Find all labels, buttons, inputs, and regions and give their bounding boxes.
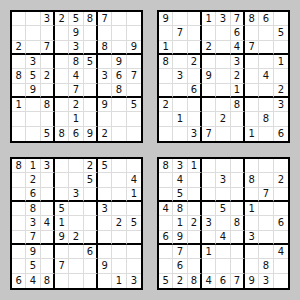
cell-r6c3[interactable] — [41, 84, 55, 98]
cell-r2c8[interactable] — [259, 173, 273, 187]
cell-r7c8[interactable] — [112, 98, 126, 112]
cell-r1c7[interactable] — [245, 159, 259, 173]
cell-r2c7[interactable]: 8 — [245, 173, 259, 187]
cell-r4c3[interactable] — [188, 202, 202, 216]
cell-r7c6[interactable]: 8 — [231, 98, 245, 112]
cell-r5c5[interactable]: 4 — [69, 69, 83, 83]
cell-r1c3[interactable] — [188, 12, 202, 26]
cell-r8c5[interactable]: 2 — [216, 112, 230, 126]
cell-r6c3[interactable] — [41, 231, 55, 245]
cell-r4c7[interactable] — [245, 55, 259, 69]
cell-r9c4[interactable]: 8 — [55, 127, 69, 141]
cell-r2c2[interactable] — [26, 26, 40, 40]
cell-r1c3[interactable]: 3 — [41, 159, 55, 173]
cell-r9c9[interactable]: 3 — [127, 274, 141, 288]
cell-r3c9[interactable] — [274, 188, 288, 202]
cell-r3c1[interactable] — [159, 188, 173, 202]
cell-r5c6[interactable]: 8 — [231, 216, 245, 230]
cell-r4c5[interactable] — [216, 55, 230, 69]
cell-r7c4[interactable] — [55, 245, 69, 259]
cell-r7c3[interactable]: 8 — [41, 98, 55, 112]
cell-r4c6[interactable] — [231, 202, 245, 216]
cell-r8c1[interactable] — [12, 259, 26, 273]
cell-r1c2[interactable] — [26, 12, 40, 26]
cell-r1c5[interactable]: 3 — [216, 12, 230, 26]
cell-r7c2[interactable]: 9 — [26, 245, 40, 259]
cell-r2c6[interactable]: 6 — [231, 26, 245, 40]
cell-r2c3[interactable] — [188, 173, 202, 187]
cell-r1c1[interactable]: 8 — [159, 159, 173, 173]
cell-r1c1[interactable]: 8 — [12, 159, 26, 173]
cell-r4c2[interactable]: 8 — [173, 202, 187, 216]
cell-r2c4[interactable] — [55, 26, 69, 40]
cell-r9c9[interactable] — [127, 127, 141, 141]
cell-r8c3[interactable] — [188, 259, 202, 273]
cell-r5c6[interactable] — [84, 216, 98, 230]
cell-r3c3[interactable] — [41, 188, 55, 202]
cell-r3c5[interactable]: 3 — [69, 188, 83, 202]
cell-r1c6[interactable]: 7 — [231, 12, 245, 26]
cell-r9c4[interactable]: 7 — [202, 127, 216, 141]
cell-r5c6[interactable] — [84, 69, 98, 83]
cell-r4c4[interactable] — [202, 55, 216, 69]
cell-r2c5[interactable] — [69, 173, 83, 187]
cell-r7c2[interactable] — [173, 98, 187, 112]
cell-r2c7[interactable] — [98, 26, 112, 40]
cell-r8c7[interactable] — [98, 112, 112, 126]
cell-r5c6[interactable]: 2 — [231, 69, 245, 83]
cell-r5c9[interactable]: 7 — [127, 69, 141, 83]
cell-r6c3[interactable]: 6 — [188, 84, 202, 98]
cell-r8c8[interactable] — [112, 112, 126, 126]
cell-r1c3[interactable]: 1 — [188, 159, 202, 173]
cell-r1c3[interactable]: 3 — [41, 12, 55, 26]
cell-r8c6[interactable] — [84, 259, 98, 273]
cell-r9c2[interactable]: 4 — [26, 274, 40, 288]
cell-r2c8[interactable] — [112, 26, 126, 40]
cell-r5c8[interactable]: 2 — [112, 216, 126, 230]
cell-r4c2[interactable]: 8 — [26, 202, 40, 216]
cell-r8c5[interactable] — [69, 259, 83, 273]
cell-r8c3[interactable] — [41, 259, 55, 273]
cell-r2c3[interactable] — [188, 26, 202, 40]
cell-r3c6[interactable]: 4 — [231, 41, 245, 55]
cell-r4c4[interactable] — [202, 202, 216, 216]
cell-r8c9[interactable] — [127, 112, 141, 126]
cell-r8c2[interactable]: 6 — [173, 259, 187, 273]
cell-r3c3[interactable] — [188, 41, 202, 55]
cell-r2c9[interactable]: 4 — [127, 173, 141, 187]
cell-r9c3[interactable]: 8 — [41, 274, 55, 288]
cell-r6c8[interactable] — [112, 231, 126, 245]
cell-r8c9[interactable] — [274, 259, 288, 273]
cell-r6c4[interactable]: 9 — [55, 231, 69, 245]
cell-r6c5[interactable]: 4 — [216, 231, 230, 245]
cell-r6c4[interactable] — [202, 231, 216, 245]
cell-r2c6[interactable] — [231, 173, 245, 187]
cell-r1c8[interactable] — [112, 12, 126, 26]
cell-r2c1[interactable] — [159, 173, 173, 187]
cell-r1c5[interactable] — [216, 159, 230, 173]
cell-r1c5[interactable] — [69, 159, 83, 173]
cell-r4c4[interactable] — [55, 55, 69, 69]
cell-r6c2[interactable]: 7 — [26, 231, 40, 245]
cell-r4c9[interactable] — [127, 202, 141, 216]
cell-r5c9[interactable]: 6 — [274, 216, 288, 230]
cell-r3c5[interactable]: 3 — [69, 41, 83, 55]
cell-r7c7[interactable] — [245, 245, 259, 259]
cell-r7c7[interactable] — [245, 98, 259, 112]
cell-r4c3[interactable] — [41, 55, 55, 69]
cell-r2c2[interactable]: 2 — [26, 173, 40, 187]
cell-r2c5[interactable] — [216, 26, 230, 40]
cell-r9c5[interactable]: 6 — [69, 127, 83, 141]
cell-r8c8[interactable]: 8 — [259, 259, 273, 273]
cell-r6c8[interactable]: 8 — [112, 84, 126, 98]
cell-r1c4[interactable]: 2 — [55, 12, 69, 26]
cell-r8c8[interactable] — [112, 259, 126, 273]
cell-r3c8[interactable]: 7 — [259, 188, 273, 202]
cell-r3c4[interactable]: 2 — [202, 41, 216, 55]
cell-r5c4[interactable]: 9 — [202, 69, 216, 83]
cell-r8c9[interactable] — [274, 112, 288, 126]
cell-r5c3[interactable]: 2 — [41, 69, 55, 83]
cell-r5c3[interactable]: 4 — [41, 216, 55, 230]
cell-r2c5[interactable]: 9 — [69, 26, 83, 40]
cell-r7c6[interactable]: 6 — [84, 245, 98, 259]
cell-r9c9[interactable] — [274, 274, 288, 288]
cell-r8c6[interactable] — [231, 259, 245, 273]
cell-r4c6[interactable]: 3 — [231, 55, 245, 69]
cell-r8c3[interactable] — [188, 112, 202, 126]
cell-r8c4[interactable] — [202, 259, 216, 273]
cell-r3c8[interactable] — [112, 41, 126, 55]
cell-r5c7[interactable] — [245, 69, 259, 83]
cell-r6c6[interactable] — [231, 231, 245, 245]
cell-r7c4[interactable]: 1 — [202, 245, 216, 259]
cell-r7c2[interactable] — [26, 98, 40, 112]
cell-r9c5[interactable] — [69, 274, 83, 288]
cell-r6c6[interactable] — [84, 84, 98, 98]
cell-r6c1[interactable] — [12, 84, 26, 98]
cell-r3c2[interactable]: 5 — [173, 188, 187, 202]
cell-r2c4[interactable] — [202, 173, 216, 187]
cell-r8c4[interactable]: 7 — [55, 259, 69, 273]
cell-r2c3[interactable] — [41, 26, 55, 40]
cell-r5c4[interactable]: 3 — [202, 216, 216, 230]
cell-r2c8[interactable] — [112, 173, 126, 187]
cell-r5c8[interactable] — [259, 216, 273, 230]
cell-r4c7[interactable] — [98, 55, 112, 69]
cell-r9c8[interactable] — [259, 127, 273, 141]
cell-r6c4[interactable] — [55, 84, 69, 98]
cell-r3c4[interactable] — [202, 188, 216, 202]
cell-r3c2[interactable] — [26, 41, 40, 55]
cell-r6c9[interactable] — [127, 231, 141, 245]
cell-r5c1[interactable] — [159, 69, 173, 83]
cell-r5c4[interactable] — [55, 69, 69, 83]
cell-r7c4[interactable] — [55, 98, 69, 112]
cell-r3c2[interactable] — [173, 41, 187, 55]
cell-r6c2[interactable] — [173, 84, 187, 98]
cell-r6c1[interactable] — [12, 231, 26, 245]
cell-r3c4[interactable] — [55, 188, 69, 202]
cell-r4c9[interactable] — [274, 202, 288, 216]
cell-r8c7[interactable] — [245, 259, 259, 273]
cell-r6c9[interactable] — [127, 84, 141, 98]
cell-r2c2[interactable]: 4 — [173, 173, 187, 187]
cell-r6c7[interactable]: 3 — [245, 231, 259, 245]
cell-r2c7[interactable] — [98, 173, 112, 187]
cell-r2c6[interactable] — [84, 26, 98, 40]
cell-r1c4[interactable]: 1 — [202, 12, 216, 26]
cell-r8c6[interactable] — [84, 112, 98, 126]
cell-r8c8[interactable]: 8 — [259, 112, 273, 126]
cell-r1c2[interactable]: 3 — [173, 159, 187, 173]
cell-r6c9[interactable] — [274, 231, 288, 245]
cell-r3c7[interactable] — [98, 188, 112, 202]
cell-r2c1[interactable] — [12, 26, 26, 40]
cell-r9c1[interactable] — [159, 127, 173, 141]
cell-r9c6[interactable] — [231, 127, 245, 141]
cell-r4c6[interactable]: 5 — [84, 55, 98, 69]
cell-r7c6[interactable] — [231, 245, 245, 259]
cell-r4c6[interactable] — [84, 202, 98, 216]
cell-r1c4[interactable] — [202, 159, 216, 173]
cell-r3c2[interactable]: 6 — [26, 188, 40, 202]
cell-r7c9[interactable]: 3 — [274, 98, 288, 112]
cell-r8c9[interactable] — [127, 259, 141, 273]
cell-r4c8[interactable] — [259, 202, 273, 216]
cell-r9c6[interactable]: 7 — [231, 274, 245, 288]
cell-r7c9[interactable]: 4 — [274, 245, 288, 259]
cell-r4c5[interactable] — [69, 202, 83, 216]
cell-r1c9[interactable] — [127, 159, 141, 173]
cell-r3c6[interactable] — [231, 188, 245, 202]
cell-r2c8[interactable] — [259, 26, 273, 40]
cell-r8c4[interactable] — [202, 112, 216, 126]
cell-r7c5[interactable] — [216, 245, 230, 259]
cell-r7c8[interactable] — [112, 245, 126, 259]
cell-r7c3[interactable] — [188, 98, 202, 112]
cell-r1c4[interactable] — [55, 159, 69, 173]
cell-r8c7[interactable] — [245, 112, 259, 126]
cell-r9c2[interactable] — [173, 127, 187, 141]
cell-r3c3[interactable] — [188, 188, 202, 202]
cell-r3c9[interactable]: 9 — [127, 41, 141, 55]
cell-r5c5[interactable] — [216, 216, 230, 230]
cell-r2c9[interactable] — [127, 26, 141, 40]
cell-r6c5[interactable]: 2 — [69, 231, 83, 245]
cell-r7c1[interactable] — [12, 245, 26, 259]
cell-r6c1[interactable]: 6 — [159, 231, 173, 245]
cell-r1c6[interactable]: 2 — [84, 159, 98, 173]
cell-r4c3[interactable]: 2 — [188, 55, 202, 69]
cell-r4c3[interactable] — [41, 202, 55, 216]
cell-r5c8[interactable]: 6 — [112, 69, 126, 83]
cell-r7c5[interactable] — [216, 98, 230, 112]
cell-r6c5[interactable]: 7 — [69, 84, 83, 98]
cell-r3c9[interactable] — [274, 41, 288, 55]
cell-r9c3[interactable]: 8 — [188, 274, 202, 288]
cell-r6c9[interactable]: 2 — [274, 84, 288, 98]
cell-r8c2[interactable] — [26, 112, 40, 126]
cell-r4c8[interactable] — [259, 55, 273, 69]
cell-r4c5[interactable]: 8 — [69, 55, 83, 69]
cell-r5c3[interactable] — [188, 69, 202, 83]
cell-r9c7[interactable]: 9 — [245, 274, 259, 288]
cell-r4c1[interactable]: 4 — [159, 202, 173, 216]
cell-r6c5[interactable] — [216, 84, 230, 98]
cell-r2c7[interactable] — [245, 26, 259, 40]
cell-r1c7[interactable]: 5 — [98, 159, 112, 173]
cell-r1c7[interactable]: 8 — [245, 12, 259, 26]
cell-r5c2[interactable]: 5 — [26, 69, 40, 83]
cell-r9c3[interactable]: 3 — [188, 127, 202, 141]
cell-r4c1[interactable] — [12, 55, 26, 69]
cell-r5c7[interactable] — [245, 216, 259, 230]
cell-r7c1[interactable] — [159, 245, 173, 259]
cell-r5c1[interactable] — [12, 216, 26, 230]
cell-r8c5[interactable]: 1 — [69, 112, 83, 126]
cell-r3c5[interactable] — [216, 188, 230, 202]
cell-r9c9[interactable]: 6 — [274, 127, 288, 141]
cell-r1c9[interactable] — [274, 12, 288, 26]
cell-r4c2[interactable] — [173, 55, 187, 69]
cell-r3c4[interactable] — [55, 41, 69, 55]
cell-r7c1[interactable]: 2 — [159, 98, 173, 112]
cell-r7c3[interactable] — [41, 245, 55, 259]
cell-r9c3[interactable]: 5 — [41, 127, 55, 141]
cell-r8c2[interactable]: 1 — [173, 112, 187, 126]
cell-r3c7[interactable]: 8 — [98, 41, 112, 55]
cell-r6c7[interactable] — [98, 84, 112, 98]
cell-r7c6[interactable] — [84, 98, 98, 112]
cell-r7c2[interactable]: 7 — [173, 245, 187, 259]
cell-r2c6[interactable]: 5 — [84, 173, 98, 187]
cell-r4c5[interactable]: 5 — [216, 202, 230, 216]
cell-r2c9[interactable]: 5 — [274, 26, 288, 40]
cell-r9c1[interactable]: 5 — [159, 274, 173, 288]
cell-r9c7[interactable] — [98, 274, 112, 288]
cell-r1c8[interactable] — [259, 159, 273, 173]
cell-r1c2[interactable]: 1 — [26, 159, 40, 173]
cell-r3c7[interactable] — [245, 188, 259, 202]
cell-r6c2[interactable]: 9 — [26, 84, 40, 98]
cell-r9c6[interactable]: 9 — [84, 127, 98, 141]
cell-r6c3[interactable] — [188, 231, 202, 245]
cell-r7c5[interactable] — [69, 245, 83, 259]
cell-r8c2[interactable]: 5 — [26, 259, 40, 273]
cell-r3c7[interactable]: 7 — [245, 41, 259, 55]
cell-r7c4[interactable] — [202, 98, 216, 112]
cell-r2c2[interactable]: 7 — [173, 26, 187, 40]
cell-r3c6[interactable] — [84, 188, 98, 202]
cell-r2c5[interactable]: 3 — [216, 173, 230, 187]
cell-r3c6[interactable] — [84, 41, 98, 55]
cell-r7c9[interactable] — [127, 245, 141, 259]
cell-r1c8[interactable] — [112, 159, 126, 173]
cell-r1c2[interactable] — [173, 12, 187, 26]
cell-r4c8[interactable] — [112, 202, 126, 216]
cell-r6c8[interactable] — [259, 231, 273, 245]
cell-r5c7[interactable] — [98, 216, 112, 230]
cell-r5c7[interactable]: 3 — [98, 69, 112, 83]
cell-r5c4[interactable]: 1 — [55, 216, 69, 230]
cell-r1c5[interactable]: 5 — [69, 12, 83, 26]
cell-r2c4[interactable] — [202, 26, 216, 40]
cell-r4c7[interactable]: 3 — [98, 202, 112, 216]
cell-r1c9[interactable] — [274, 159, 288, 173]
cell-r3c1[interactable] — [12, 188, 26, 202]
cell-r6c2[interactable]: 9 — [173, 231, 187, 245]
cell-r4c1[interactable] — [12, 202, 26, 216]
cell-r1c1[interactable] — [12, 12, 26, 26]
cell-r7c3[interactable] — [188, 245, 202, 259]
cell-r1c6[interactable] — [231, 159, 245, 173]
cell-r9c2[interactable]: 2 — [173, 274, 187, 288]
cell-r5c2[interactable]: 1 — [173, 216, 187, 230]
cell-r4c8[interactable]: 9 — [112, 55, 126, 69]
cell-r4c1[interactable]: 8 — [159, 55, 173, 69]
cell-r8c6[interactable] — [231, 112, 245, 126]
cell-r3c1[interactable]: 1 — [159, 41, 173, 55]
cell-r8c7[interactable]: 9 — [98, 259, 112, 273]
cell-r6c7[interactable] — [245, 84, 259, 98]
cell-r7c1[interactable]: 1 — [12, 98, 26, 112]
cell-r1c8[interactable]: 6 — [259, 12, 273, 26]
cell-r3c5[interactable] — [216, 41, 230, 55]
cell-r7c7[interactable]: 9 — [98, 98, 112, 112]
cell-r5c3[interactable]: 2 — [188, 216, 202, 230]
cell-r9c8[interactable] — [112, 127, 126, 141]
cell-r9c4[interactable]: 4 — [202, 274, 216, 288]
cell-r8c1[interactable] — [159, 259, 173, 273]
cell-r1c1[interactable]: 9 — [159, 12, 173, 26]
cell-r5c5[interactable] — [216, 69, 230, 83]
cell-r6c7[interactable] — [98, 231, 112, 245]
cell-r4c4[interactable]: 5 — [55, 202, 69, 216]
cell-r1c6[interactable]: 8 — [84, 12, 98, 26]
cell-r2c1[interactable] — [12, 173, 26, 187]
cell-r7c5[interactable]: 2 — [69, 98, 83, 112]
cell-r5c5[interactable] — [69, 216, 83, 230]
cell-r7c8[interactable] — [259, 98, 273, 112]
cell-r2c1[interactable] — [159, 26, 173, 40]
cell-r8c3[interactable] — [41, 112, 55, 126]
cell-r9c5[interactable]: 6 — [216, 274, 230, 288]
cell-r6c8[interactable] — [259, 84, 273, 98]
cell-r4c9[interactable] — [127, 55, 141, 69]
cell-r5c1[interactable] — [159, 216, 173, 230]
cell-r3c9[interactable]: 1 — [127, 188, 141, 202]
cell-r9c8[interactable]: 3 — [259, 274, 273, 288]
cell-r2c4[interactable] — [55, 173, 69, 187]
cell-r1c7[interactable]: 7 — [98, 12, 112, 26]
cell-r1c9[interactable] — [127, 12, 141, 26]
cell-r7c9[interactable]: 5 — [127, 98, 141, 112]
cell-r8c1[interactable] — [12, 112, 26, 126]
cell-r5c9[interactable] — [274, 69, 288, 83]
cell-r5c2[interactable]: 3 — [173, 69, 187, 83]
cell-r4c9[interactable]: 1 — [274, 55, 288, 69]
cell-r9c1[interactable] — [12, 127, 26, 141]
cell-r3c8[interactable] — [112, 188, 126, 202]
cell-r9c8[interactable]: 1 — [112, 274, 126, 288]
cell-r6c1[interactable] — [159, 84, 173, 98]
cell-r9c7[interactable]: 2 — [98, 127, 112, 141]
cell-r8c4[interactable] — [55, 112, 69, 126]
